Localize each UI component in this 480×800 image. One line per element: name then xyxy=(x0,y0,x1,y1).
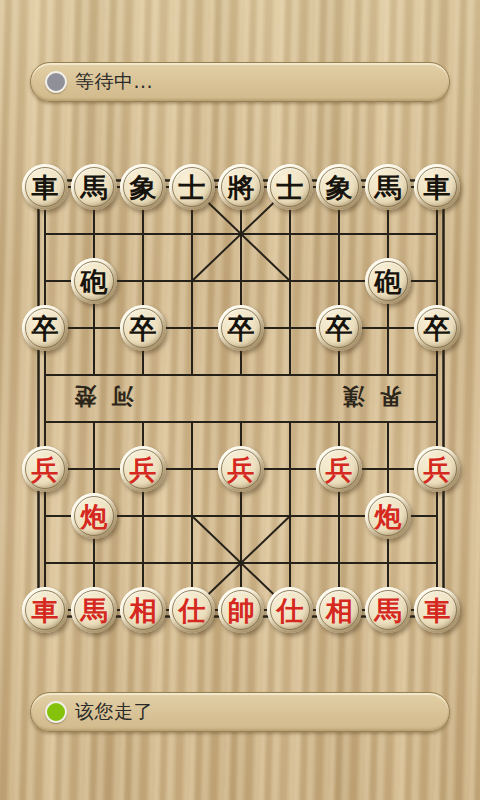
piece-glyph: 卒 xyxy=(424,315,451,342)
piece-glyph: 將 xyxy=(228,174,255,201)
piece-black-soldier[interactable]: 卒 xyxy=(414,305,460,351)
piece-glyph: 炮 xyxy=(81,503,108,530)
river-label-right: 漢界 xyxy=(343,385,402,407)
piece-red-general[interactable]: 帥 xyxy=(218,587,264,633)
piece-glyph: 車 xyxy=(32,597,59,624)
piece-glyph: 卒 xyxy=(32,315,59,342)
piece-glyph: 象 xyxy=(130,174,157,201)
piece-glyph: 車 xyxy=(424,597,451,624)
piece-red-soldier[interactable]: 兵 xyxy=(218,446,264,492)
piece-glyph: 帥 xyxy=(228,597,255,624)
piece-glyph: 車 xyxy=(424,174,451,201)
piece-red-chariot[interactable]: 車 xyxy=(22,587,68,633)
piece-black-cannon[interactable]: 砲 xyxy=(71,258,117,304)
piece-red-elephant[interactable]: 相 xyxy=(316,587,362,633)
piece-black-advisor[interactable]: 士 xyxy=(267,164,313,210)
piece-glyph: 兵 xyxy=(130,456,157,483)
piece-black-horse[interactable]: 馬 xyxy=(365,164,411,210)
piece-glyph: 卒 xyxy=(130,315,157,342)
piece-black-chariot[interactable]: 車 xyxy=(414,164,460,210)
piece-black-general[interactable]: 將 xyxy=(218,164,264,210)
piece-glyph: 兵 xyxy=(424,456,451,483)
piece-black-soldier[interactable]: 卒 xyxy=(120,305,166,351)
piece-black-elephant[interactable]: 象 xyxy=(120,164,166,210)
piece-red-elephant[interactable]: 相 xyxy=(120,587,166,633)
piece-red-cannon[interactable]: 炮 xyxy=(71,493,117,539)
piece-glyph: 士 xyxy=(277,174,304,201)
piece-glyph: 仕 xyxy=(277,597,304,624)
piece-red-soldier[interactable]: 兵 xyxy=(414,446,460,492)
piece-glyph: 炮 xyxy=(375,503,402,530)
piece-glyph: 相 xyxy=(326,597,353,624)
piece-glyph: 馬 xyxy=(81,174,108,201)
piece-black-elephant[interactable]: 象 xyxy=(316,164,362,210)
player-status-text: 该您走了 xyxy=(75,699,153,725)
piece-red-soldier[interactable]: 兵 xyxy=(22,446,68,492)
piece-red-advisor[interactable]: 仕 xyxy=(267,587,313,633)
piece-glyph: 兵 xyxy=(228,456,255,483)
status-bar-player: 该您走了 xyxy=(30,692,450,732)
piece-glyph: 馬 xyxy=(81,597,108,624)
piece-glyph: 兵 xyxy=(326,456,353,483)
piece-black-advisor[interactable]: 士 xyxy=(169,164,215,210)
river-label-left: 楚河 xyxy=(75,385,134,407)
piece-glyph: 卒 xyxy=(228,315,255,342)
piece-glyph: 卒 xyxy=(326,315,353,342)
piece-black-soldier[interactable]: 卒 xyxy=(316,305,362,351)
piece-glyph: 車 xyxy=(32,174,59,201)
piece-glyph: 相 xyxy=(130,597,157,624)
piece-black-soldier[interactable]: 卒 xyxy=(22,305,68,351)
piece-glyph: 砲 xyxy=(375,268,402,295)
piece-black-cannon[interactable]: 砲 xyxy=(365,258,411,304)
piece-glyph: 兵 xyxy=(32,456,59,483)
piece-glyph: 砲 xyxy=(81,268,108,295)
piece-glyph: 仕 xyxy=(179,597,206,624)
piece-glyph: 士 xyxy=(179,174,206,201)
piece-red-horse[interactable]: 馬 xyxy=(71,587,117,633)
piece-black-soldier[interactable]: 卒 xyxy=(218,305,264,351)
piece-glyph: 馬 xyxy=(375,597,402,624)
piece-red-cannon[interactable]: 炮 xyxy=(365,493,411,539)
piece-red-soldier[interactable]: 兵 xyxy=(120,446,166,492)
player-status-dot xyxy=(45,701,67,723)
piece-glyph: 馬 xyxy=(375,174,402,201)
piece-black-horse[interactable]: 馬 xyxy=(71,164,117,210)
piece-red-advisor[interactable]: 仕 xyxy=(169,587,215,633)
xiangqi-board[interactable]: 楚河漢界車馬象士將士象馬車砲砲卒卒卒卒卒兵兵兵兵兵炮炮車馬相仕帥仕相馬車 xyxy=(0,0,480,800)
piece-red-chariot[interactable]: 車 xyxy=(414,587,460,633)
piece-glyph: 象 xyxy=(326,174,353,201)
piece-black-chariot[interactable]: 車 xyxy=(22,164,68,210)
board-grid xyxy=(0,0,480,800)
piece-red-horse[interactable]: 馬 xyxy=(365,587,411,633)
piece-red-soldier[interactable]: 兵 xyxy=(316,446,362,492)
game-screen: 等待中... 楚河漢界車馬象士將士象馬車砲砲卒卒卒卒卒兵兵兵兵兵炮炮車馬相仕帥仕… xyxy=(0,0,480,800)
